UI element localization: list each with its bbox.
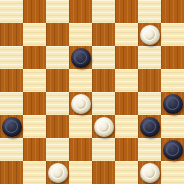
light-square-r1c5: [115, 23, 138, 46]
black-man-ring: [74, 51, 87, 64]
white-man-ring: [74, 97, 87, 110]
square-19[interactable]: [115, 92, 138, 115]
black-man[interactable]: [71, 48, 91, 68]
square-9[interactable]: [23, 46, 46, 69]
light-square-r6c4: [92, 138, 115, 161]
light-square-r0c6: [138, 0, 161, 23]
square-31[interactable]: [92, 161, 115, 184]
square-22[interactable]: [46, 115, 69, 138]
square-13[interactable]: [0, 69, 23, 92]
light-square-r3c1: [23, 69, 46, 92]
light-square-r4c0: [0, 92, 23, 115]
square-1[interactable]: [23, 0, 46, 23]
black-man-ring: [5, 120, 18, 133]
square-21[interactable]: [0, 115, 23, 138]
square-23[interactable]: [92, 115, 115, 138]
square-8[interactable]: [138, 23, 161, 46]
light-square-r2c4: [92, 46, 115, 69]
light-square-r1c1: [23, 23, 46, 46]
light-square-r7c1: [23, 161, 46, 184]
light-square-r1c7: [161, 23, 184, 46]
light-square-r0c2: [46, 0, 69, 23]
white-man-ring: [97, 120, 110, 133]
light-square-r4c6: [138, 92, 161, 115]
square-6[interactable]: [46, 23, 69, 46]
black-man-ring: [166, 143, 179, 156]
square-12[interactable]: [161, 46, 184, 69]
square-11[interactable]: [115, 46, 138, 69]
light-square-r4c4: [92, 92, 115, 115]
square-3[interactable]: [115, 0, 138, 23]
light-square-r6c0: [0, 138, 23, 161]
light-square-r0c0: [0, 0, 23, 23]
square-17[interactable]: [23, 92, 46, 115]
light-square-r2c2: [46, 46, 69, 69]
square-5[interactable]: [0, 23, 23, 46]
light-square-r0c4: [92, 0, 115, 23]
light-square-r2c6: [138, 46, 161, 69]
square-14[interactable]: [46, 69, 69, 92]
black-man[interactable]: [163, 94, 183, 114]
light-square-r1c3: [69, 23, 92, 46]
square-32[interactable]: [138, 161, 161, 184]
black-man-ring: [143, 120, 156, 133]
black-man[interactable]: [140, 117, 160, 137]
light-square-r7c5: [115, 161, 138, 184]
white-man-ring: [143, 166, 156, 179]
light-square-r2c0: [0, 46, 23, 69]
white-man-ring: [51, 166, 64, 179]
black-man[interactable]: [2, 117, 22, 137]
checkers-board: [0, 0, 184, 184]
light-square-r5c7: [161, 115, 184, 138]
light-square-r5c3: [69, 115, 92, 138]
square-10[interactable]: [69, 46, 92, 69]
square-24[interactable]: [138, 115, 161, 138]
square-30[interactable]: [46, 161, 69, 184]
light-square-r6c2: [46, 138, 69, 161]
square-4[interactable]: [161, 0, 184, 23]
light-square-r7c7: [161, 161, 184, 184]
light-square-r3c3: [69, 69, 92, 92]
square-18[interactable]: [69, 92, 92, 115]
black-man[interactable]: [163, 140, 183, 160]
square-7[interactable]: [92, 23, 115, 46]
light-square-r5c1: [23, 115, 46, 138]
white-man[interactable]: [71, 94, 91, 114]
light-square-r3c5: [115, 69, 138, 92]
square-26[interactable]: [69, 138, 92, 161]
light-square-r7c3: [69, 161, 92, 184]
square-29[interactable]: [0, 161, 23, 184]
square-15[interactable]: [92, 69, 115, 92]
square-20[interactable]: [161, 92, 184, 115]
white-man[interactable]: [94, 117, 114, 137]
light-square-r5c5: [115, 115, 138, 138]
light-square-r3c7: [161, 69, 184, 92]
light-square-r6c6: [138, 138, 161, 161]
square-28[interactable]: [161, 138, 184, 161]
white-man[interactable]: [140, 163, 160, 183]
light-square-r4c2: [46, 92, 69, 115]
black-man-ring: [166, 97, 179, 110]
white-man-ring: [143, 28, 156, 41]
square-27[interactable]: [115, 138, 138, 161]
white-man[interactable]: [140, 25, 160, 45]
square-25[interactable]: [23, 138, 46, 161]
square-16[interactable]: [138, 69, 161, 92]
square-2[interactable]: [69, 0, 92, 23]
white-man[interactable]: [48, 163, 68, 183]
